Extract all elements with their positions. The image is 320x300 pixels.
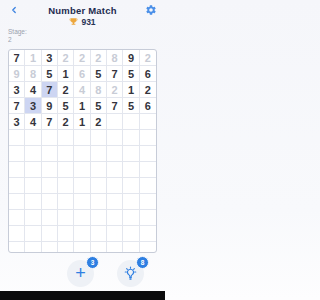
board-cell[interactable]: 1 [25, 50, 41, 66]
hint-button[interactable]: 8 [117, 260, 144, 287]
board-cell [58, 242, 74, 253]
board-cell [25, 130, 41, 146]
board-cell[interactable]: 7 [42, 82, 58, 98]
board-cell [107, 210, 123, 226]
gear-icon [145, 4, 157, 16]
board-cell [58, 210, 74, 226]
board-cell [74, 178, 90, 194]
board-cell [140, 210, 156, 226]
board-cell [74, 242, 90, 253]
board-cell [58, 178, 74, 194]
board-cell [107, 242, 123, 253]
score-value: 931 [81, 17, 95, 27]
board-cell [58, 146, 74, 162]
board-cell[interactable]: 1 [123, 82, 139, 98]
board-cell[interactable]: 7 [9, 50, 25, 66]
board-cell[interactable]: 8 [91, 82, 107, 98]
board-cell [74, 162, 90, 178]
board-cell [123, 194, 139, 210]
board-cell[interactable]: 2 [58, 82, 74, 98]
board-cell[interactable]: 5 [91, 66, 107, 82]
board-cell [9, 226, 25, 242]
board-cell [42, 162, 58, 178]
back-button[interactable] [7, 3, 21, 17]
board-cell [58, 130, 74, 146]
board-cell[interactable]: 1 [74, 98, 90, 114]
board-cell[interactable]: 5 [91, 98, 107, 114]
board-cell[interactable]: 2 [91, 114, 107, 130]
board-cell [42, 178, 58, 194]
board-cell [91, 194, 107, 210]
board-cell[interactable]: 5 [58, 98, 74, 114]
board-cell [9, 178, 25, 194]
board-cell[interactable]: 2 [58, 50, 74, 66]
board-cell [58, 194, 74, 210]
board-cell [140, 162, 156, 178]
board-cell [140, 130, 156, 146]
board-cell [107, 226, 123, 242]
board-cell [58, 226, 74, 242]
board-cell[interactable]: 8 [25, 66, 41, 82]
board-cell [140, 146, 156, 162]
board-cell [107, 178, 123, 194]
board-cell[interactable]: 6 [140, 98, 156, 114]
hint-count-badge: 8 [136, 256, 149, 269]
trophy-icon [69, 17, 78, 26]
board-cell[interactable]: 1 [74, 114, 90, 130]
board-cell [42, 194, 58, 210]
board-cell [91, 146, 107, 162]
board-cell[interactable]: 5 [123, 66, 139, 82]
board-cell[interactable]: 3 [9, 82, 25, 98]
board-cell [107, 130, 123, 146]
board-cell[interactable]: 5 [123, 98, 139, 114]
score-display: 931 [0, 16, 165, 27]
board-cell [9, 130, 25, 146]
board-cell[interactable]: 2 [74, 50, 90, 66]
board-cell[interactable]: 2 [140, 82, 156, 98]
board-cell [58, 162, 74, 178]
board-cell [9, 210, 25, 226]
add-count-badge: 3 [86, 256, 99, 269]
stage-value: 2 [8, 36, 27, 44]
board-cell [123, 130, 139, 146]
board-cell[interactable]: 2 [140, 50, 156, 66]
chevron-left-icon [9, 5, 19, 15]
board-cell [74, 210, 90, 226]
board-cell[interactable]: 7 [107, 98, 123, 114]
board-cell[interactable]: 7 [42, 114, 58, 130]
board-cell[interactable]: 3 [25, 98, 41, 114]
board-cell [74, 130, 90, 146]
board-cell [140, 194, 156, 210]
board-cell [42, 226, 58, 242]
plus-icon: + [75, 264, 86, 282]
board-cell [123, 162, 139, 178]
board-cell [123, 178, 139, 194]
board-cell [91, 210, 107, 226]
board-cell[interactable]: 5 [42, 66, 58, 82]
board-cell [91, 242, 107, 253]
board-cell[interactable]: 3 [9, 114, 25, 130]
settings-button[interactable] [144, 3, 158, 17]
board-cell [9, 146, 25, 162]
board-cell [123, 242, 139, 253]
board-cell [25, 242, 41, 253]
board-cell[interactable]: 2 [107, 82, 123, 98]
board-cell [140, 242, 156, 253]
board-cell [107, 146, 123, 162]
board-cell [74, 194, 90, 210]
board-cell [91, 162, 107, 178]
board-cell [140, 114, 156, 130]
board-cell[interactable]: 1 [58, 66, 74, 82]
board-cell [42, 146, 58, 162]
board-cell [140, 226, 156, 242]
board-cell [42, 210, 58, 226]
board-cell[interactable]: 6 [74, 66, 90, 82]
board-cell[interactable]: 9 [123, 50, 139, 66]
board-cell [91, 226, 107, 242]
board-cell [25, 194, 41, 210]
bottom-bar [0, 291, 165, 300]
page-title: Number Match [21, 5, 144, 16]
board-cell [123, 146, 139, 162]
board-cell [9, 242, 25, 253]
board-cell[interactable]: 7 [107, 66, 123, 82]
add-numbers-button[interactable]: + 3 [67, 260, 94, 287]
app: Number Match 931 Stage: 2 71322289298516… [0, 0, 165, 300]
board-cell[interactable]: 4 [74, 82, 90, 98]
board-cell[interactable]: 4 [25, 114, 41, 130]
board-cell [107, 194, 123, 210]
board-cell [140, 178, 156, 194]
board-cell [91, 178, 107, 194]
board-cell[interactable]: 9 [42, 98, 58, 114]
board-cell[interactable]: 2 [58, 114, 74, 130]
lightbulb-icon [123, 266, 138, 281]
board-cell[interactable]: 3 [42, 50, 58, 66]
board-cell [25, 146, 41, 162]
board-cell[interactable]: 6 [140, 66, 156, 82]
board-cell [123, 210, 139, 226]
board-cell[interactable]: 8 [107, 50, 123, 66]
stage-indicator: Stage: 2 [8, 28, 27, 44]
board-cell[interactable]: 9 [9, 66, 25, 82]
board-cell [74, 146, 90, 162]
board: 7132228929851657563472482127395157563472… [8, 49, 157, 253]
board-cell [25, 210, 41, 226]
board-cell[interactable]: 7 [9, 98, 25, 114]
stage-label: Stage: [8, 28, 27, 36]
board-cell [107, 114, 123, 130]
board-cell[interactable]: 2 [91, 50, 107, 66]
board-cell [123, 114, 139, 130]
board-cell [107, 162, 123, 178]
board-cell[interactable]: 4 [25, 82, 41, 98]
board-cell [74, 226, 90, 242]
board-cell [9, 194, 25, 210]
board-cell [91, 130, 107, 146]
board-cell [42, 130, 58, 146]
board-cell [25, 178, 41, 194]
board-cell [42, 242, 58, 253]
board-cell [9, 162, 25, 178]
board-cell [25, 226, 41, 242]
board-cell [25, 162, 41, 178]
board-cell [123, 226, 139, 242]
